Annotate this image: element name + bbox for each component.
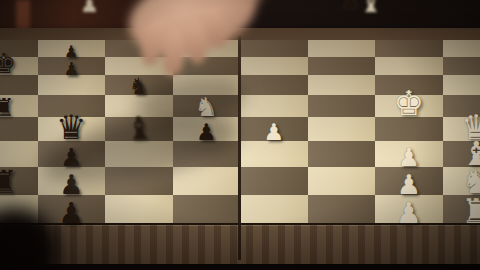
board-square-e7 [38, 95, 106, 117]
board-square-d8 [0, 117, 38, 141]
board-square-e8: ♜ [0, 95, 38, 117]
board-square-g2 [375, 57, 443, 75]
board-square-e6 [105, 95, 173, 117]
board-square-c2: ♟ [375, 141, 443, 167]
board-square-b8: ♜ [0, 167, 38, 195]
board-square-f2 [375, 75, 443, 95]
board-square-g3 [308, 57, 376, 75]
board-square-f4 [240, 75, 308, 95]
board-square-e3 [308, 95, 376, 117]
board-square-c1: ♝ [443, 141, 480, 167]
board-square-f6: ♞ [105, 75, 173, 95]
board-square-c4 [240, 141, 308, 167]
board-square-h6 [105, 40, 173, 57]
captured-white-pawn: ♟ [205, 0, 228, 18]
board-square-d5: ♟ [173, 117, 241, 141]
board-square-h2 [375, 40, 443, 57]
captured-white-pawn: ♟ [80, 0, 99, 16]
board-square-d2 [375, 117, 443, 141]
board-square-c8 [0, 141, 38, 167]
board-square-g4 [240, 57, 308, 75]
board-square-e1 [443, 95, 480, 117]
board-square-h5 [173, 40, 241, 57]
black-rook-b8: ♜ [0, 166, 18, 198]
captured-black-pawn: ♟ [341, 0, 361, 12]
board-square-c5 [173, 141, 241, 167]
board-square-e2: ♚ [375, 95, 443, 117]
board-square-f7 [38, 75, 106, 95]
board-square-h4 [240, 40, 308, 57]
board-square-d4: ♟ [240, 117, 308, 141]
board-square-b4 [240, 167, 308, 195]
board-square-g8: ♚ [0, 57, 38, 75]
board-square-d7: ♛ [38, 117, 106, 141]
board-square-e4 [240, 95, 308, 117]
board-square-b3 [308, 167, 376, 195]
board-square-h3 [308, 40, 376, 57]
board-square-g5 [173, 57, 241, 75]
board-square-b2: ♟ [375, 167, 443, 195]
white-pawn-b2: ♟ [397, 171, 421, 198]
board-square-d1: ♛ [443, 117, 480, 141]
board-square-c3 [308, 141, 376, 167]
board-square-a7: ♟ [38, 195, 106, 225]
board-square-h7: ♟ [38, 40, 106, 57]
board-square-f8 [0, 75, 38, 95]
board-square-e5: ♞ [173, 95, 241, 117]
board-square-c6 [105, 141, 173, 167]
board-square-a4 [240, 195, 308, 225]
white-bishop-c1: ♝ [461, 137, 480, 170]
captured-white-bishop: ♝ [360, 0, 382, 16]
board-square-a5 [173, 195, 241, 225]
board-square-d6: ♝ [105, 117, 173, 141]
board-square-h8 [0, 40, 38, 57]
board-square-b7: ♟ [38, 167, 106, 195]
board-square-f1 [443, 75, 480, 95]
board-square-h1 [443, 40, 480, 57]
board-square-a2: ♟ [375, 195, 443, 225]
board-square-a1: ♜ [443, 195, 480, 225]
board-square-a3 [308, 195, 376, 225]
board-square-d3 [308, 117, 376, 141]
board-frame: ♟♚♟♞♜♞♚♛♝♟♟♛♟♟♝♜♟♟♞♟♟♜ [0, 28, 480, 264]
board-square-a6 [105, 195, 173, 225]
board-square-g1 [443, 57, 480, 75]
board-square-b5 [173, 167, 241, 195]
board-square-b1: ♞ [443, 167, 480, 195]
white-knight-b1: ♞ [461, 165, 480, 198]
board-square-c7: ♟ [38, 141, 106, 167]
board-square-g7: ♟ [38, 57, 106, 75]
board-square-b6 [105, 167, 173, 195]
chess-photo-scene: ♟♚♟♞♜♞♚♛♝♟♟♛♟♟♝♜♟♟♞♟♟♜ ♟♟♝♟ [0, 0, 480, 270]
board-square-f3 [308, 75, 376, 95]
board-square-g6 [105, 57, 173, 75]
black-pawn-b7: ♟ [59, 171, 83, 198]
board-square-f5 [173, 75, 241, 95]
board-fold-seam [238, 36, 241, 260]
